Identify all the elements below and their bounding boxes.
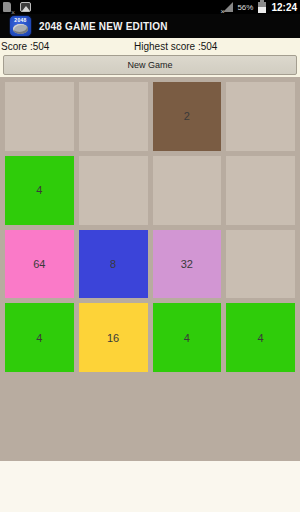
status-bar-right: 56% 12:24: [221, 2, 297, 13]
app-bar: 2048 2048 GAME NEW EDITION: [0, 14, 300, 38]
app-icon-label: 2048: [14, 17, 26, 24]
tile-grid[interactable]: 246483241644: [5, 82, 295, 372]
score-bar: Score :504 Highest score :504: [0, 38, 300, 54]
empty-cell[interactable]: [79, 156, 148, 225]
new-game-button[interactable]: New Game: [3, 55, 297, 75]
battery-percent: 56%: [237, 3, 253, 12]
status-bar: 56% 12:24: [0, 0, 300, 14]
app-title: 2048 GAME NEW EDITION: [39, 21, 168, 32]
app-icon: 2048: [9, 15, 32, 37]
status-bar-left: [3, 2, 31, 12]
empty-cell[interactable]: [5, 82, 74, 151]
battery-icon: [258, 2, 266, 13]
tile-4[interactable]: 4: [5, 303, 74, 372]
tile-16[interactable]: 16: [79, 303, 148, 372]
tile-64[interactable]: 64: [5, 230, 74, 299]
empty-cell[interactable]: [153, 156, 222, 225]
tile-8[interactable]: 8: [79, 230, 148, 299]
tile-2[interactable]: 2: [153, 82, 222, 151]
brain-icon: [13, 24, 28, 34]
signal-x-icon: [221, 2, 233, 12]
tile-4[interactable]: 4: [226, 303, 295, 372]
sim-error-icon: [3, 2, 11, 12]
clock: 12:24: [271, 2, 297, 13]
screenshot-icon: [20, 2, 31, 12]
button-row: New Game: [0, 54, 300, 77]
tile-4[interactable]: 4: [153, 303, 222, 372]
tile-32[interactable]: 32: [153, 230, 222, 299]
tile-4[interactable]: 4: [5, 156, 74, 225]
empty-cell[interactable]: [226, 230, 295, 299]
phone-screen: 56% 12:24 2048 2048 GAME NEW EDITION Sco…: [0, 0, 300, 512]
bottom-area: [0, 461, 300, 512]
empty-cell[interactable]: [226, 82, 295, 151]
game-board[interactable]: 246483241644: [0, 77, 300, 461]
highest-score-label: Highest score :504: [134, 38, 217, 55]
score-label: Score :504: [1, 38, 49, 55]
empty-cell[interactable]: [226, 156, 295, 225]
empty-cell[interactable]: [79, 82, 148, 151]
